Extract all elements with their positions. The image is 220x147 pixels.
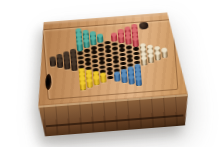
peg-red[interactable] [132, 37, 138, 47]
hole[interactable] [106, 58, 111, 62]
peg-top [111, 32, 117, 37]
peg-green[interactable] [97, 33, 103, 43]
peg-black[interactable] [57, 58, 63, 68]
peg-black[interactable] [64, 60, 70, 70]
peg-top [80, 81, 86, 86]
peg-yellow[interactable] [93, 75, 99, 85]
peg-top [93, 75, 99, 80]
peg-red[interactable] [118, 34, 124, 44]
peg-white[interactable] [141, 56, 147, 66]
hole[interactable] [92, 59, 97, 63]
peg-yellow[interactable] [100, 73, 106, 83]
peg-green[interactable] [90, 36, 96, 46]
peg-top [121, 73, 127, 78]
board-star [32, 11, 188, 107]
peg-blue[interactable] [114, 72, 120, 82]
hole[interactable] [134, 56, 139, 60]
hole[interactable] [78, 60, 83, 64]
peg-top [50, 57, 56, 62]
peg-green[interactable] [83, 39, 89, 49]
hole[interactable] [107, 71, 112, 75]
peg-white[interactable] [161, 48, 167, 58]
peg-red[interactable] [111, 32, 117, 42]
hole[interactable] [78, 51, 83, 55]
peg-top [135, 76, 141, 81]
hole[interactable] [85, 62, 90, 66]
peg-top [155, 51, 161, 56]
hole[interactable] [92, 50, 97, 54]
hole[interactable] [84, 49, 89, 53]
hole[interactable] [99, 52, 104, 56]
peg-black[interactable] [50, 57, 56, 67]
hole[interactable] [119, 48, 124, 52]
peg-top [90, 36, 96, 41]
peg-top [57, 58, 63, 63]
peg-blue[interactable] [128, 75, 134, 85]
hole[interactable] [133, 47, 138, 51]
hole[interactable] [105, 40, 110, 44]
peg-blue[interactable] [121, 73, 127, 83]
peg-white[interactable] [155, 51, 161, 61]
hole[interactable] [120, 61, 125, 65]
peg-top [64, 60, 70, 65]
hole[interactable] [113, 51, 118, 55]
hole[interactable] [127, 50, 132, 54]
game-box [32, 11, 190, 136]
peg-black[interactable] [71, 62, 77, 72]
hole[interactable] [127, 59, 132, 63]
hole[interactable] [105, 49, 110, 53]
hole[interactable] [120, 57, 125, 61]
peg-top [86, 78, 92, 83]
drawer-seam [46, 115, 184, 127]
hole[interactable] [126, 45, 131, 49]
hole[interactable] [93, 64, 98, 68]
peg-top [97, 33, 103, 38]
peg-top [148, 53, 154, 58]
peg-white[interactable] [148, 53, 154, 63]
peg-yellow[interactable] [80, 81, 86, 91]
peg-green[interactable] [77, 41, 83, 51]
box-top-face [32, 11, 188, 107]
hole[interactable] [113, 60, 118, 64]
hole[interactable] [99, 61, 104, 65]
peg-yellow[interactable] [86, 78, 92, 88]
photo-scene [0, 0, 220, 147]
peg-top [161, 48, 167, 53]
peg-top [128, 75, 134, 80]
hole[interactable] [112, 47, 117, 51]
peg-top [118, 34, 124, 39]
hole[interactable] [106, 62, 111, 66]
hole[interactable] [98, 48, 103, 52]
peg-red[interactable] [125, 35, 131, 45]
hole[interactable] [85, 53, 90, 57]
peg-blue[interactable] [135, 76, 141, 86]
hole[interactable] [108, 76, 113, 80]
